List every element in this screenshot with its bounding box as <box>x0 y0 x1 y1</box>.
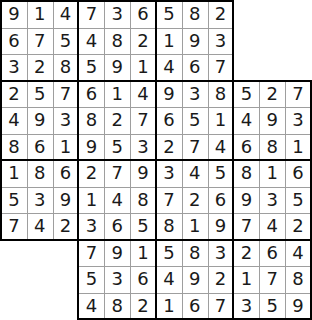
grid-line <box>104 1 105 28</box>
grid-line <box>208 134 209 161</box>
grid-line <box>285 293 311 294</box>
grid-line <box>285 107 311 108</box>
grid-line <box>78 187 104 188</box>
cell-r4c6: 4 <box>130 81 156 108</box>
grid-line <box>259 107 260 134</box>
grid-line <box>182 134 183 161</box>
box-border-line <box>258 159 286 161</box>
grid-line <box>104 54 105 81</box>
cell-r1c9: 2 <box>208 1 234 28</box>
grid-line <box>182 107 208 108</box>
cell-r10c12: 4 <box>285 240 311 267</box>
cell-r12c6: 2 <box>130 293 156 320</box>
box-border-line <box>52 159 80 161</box>
box-border-line <box>155 239 157 268</box>
grid-line <box>259 293 285 294</box>
grid-line <box>156 134 182 135</box>
grid-line <box>182 213 183 240</box>
box-border-line <box>258 80 286 82</box>
grid-line <box>208 213 209 240</box>
box-border-line <box>155 159 183 161</box>
box-border-line <box>181 159 209 161</box>
grid-line <box>27 187 28 214</box>
cell-r2c7: 1 <box>156 28 182 55</box>
box-border-line <box>26 80 54 82</box>
box-border-line <box>77 27 79 56</box>
grid-line <box>259 134 260 161</box>
grid-line <box>233 293 259 294</box>
grid-line <box>53 54 79 55</box>
box-border-line <box>310 186 312 215</box>
cell-r5c6: 7 <box>130 107 156 134</box>
grid-line <box>130 187 131 214</box>
grid-line <box>233 213 259 214</box>
grid-line <box>182 81 183 108</box>
cell-r9c9: 9 <box>208 213 234 240</box>
grid-line <box>27 107 53 108</box>
grid-line <box>208 266 234 267</box>
box-border-line <box>0 239 28 241</box>
cell-r11c11: 7 <box>259 266 285 293</box>
box-border-line <box>129 239 157 241</box>
box-border-line <box>155 27 157 56</box>
grid-line <box>130 134 131 161</box>
cell-r11c8: 9 <box>182 266 208 293</box>
grid-line <box>259 160 260 187</box>
grid-line <box>156 107 182 108</box>
grid-line <box>130 293 156 294</box>
grid-line <box>104 293 105 320</box>
cell-r3c1: 3 <box>1 54 27 81</box>
grid-line <box>259 107 285 108</box>
cell-r12c10: 3 <box>233 293 259 320</box>
cell-r9c7: 8 <box>156 213 182 240</box>
grid-line <box>259 240 260 267</box>
cell-r7c10: 8 <box>233 160 259 187</box>
cell-r6c3: 1 <box>53 134 79 161</box>
grid-line <box>208 28 234 29</box>
cell-r8c4: 1 <box>78 187 104 214</box>
cell-r9c8: 1 <box>182 213 208 240</box>
cell-r8c11: 3 <box>259 187 285 214</box>
cell-r4c10: 5 <box>233 81 259 108</box>
box-border-line <box>0 133 2 162</box>
grid-line <box>53 28 54 55</box>
grid-line <box>27 28 53 29</box>
cell-r9c12: 2 <box>285 213 311 240</box>
box-border-line <box>0 0 2 29</box>
grid-line <box>130 28 131 55</box>
grid-line <box>208 107 209 134</box>
cell-r5c7: 6 <box>156 107 182 134</box>
cell-r6c6: 3 <box>130 134 156 161</box>
grid-line <box>27 187 53 188</box>
cell-r8c12: 5 <box>285 187 311 214</box>
cell-r9c3: 2 <box>53 213 79 240</box>
grid-line <box>156 266 182 267</box>
box-border-line <box>155 159 157 188</box>
grid-line <box>130 160 131 187</box>
box-border-line <box>77 0 79 29</box>
grid-line <box>233 187 259 188</box>
grid-line <box>182 28 183 55</box>
cell-r10c4: 7 <box>78 240 104 267</box>
box-border-line <box>232 159 234 188</box>
grid-line <box>208 266 209 293</box>
box-border-line <box>310 265 312 294</box>
grid-line <box>233 107 259 108</box>
cell-r5c1: 4 <box>1 107 27 134</box>
cell-r1c4: 7 <box>78 1 104 28</box>
grid-line <box>156 54 182 55</box>
box-border-line <box>155 0 157 29</box>
grid-line <box>285 213 286 240</box>
grid-line <box>130 81 131 108</box>
box-border-line <box>26 0 54 2</box>
cell-r7c11: 1 <box>259 160 285 187</box>
cell-r5c4: 8 <box>78 107 104 134</box>
box-border-line <box>181 239 209 241</box>
grid-line <box>104 293 130 294</box>
grid-line <box>53 187 79 188</box>
grid-line <box>53 187 54 214</box>
grid-line <box>130 1 131 28</box>
grid-line <box>182 293 208 294</box>
box-border-line <box>232 133 234 162</box>
grid-line <box>78 54 104 55</box>
grid-line <box>53 134 79 135</box>
grid-line <box>27 54 28 81</box>
cell-r6c7: 2 <box>156 134 182 161</box>
cell-r6c8: 7 <box>182 134 208 161</box>
box-border-line <box>26 239 54 241</box>
cell-r6c12: 1 <box>285 134 311 161</box>
cell-r8c2: 3 <box>27 187 53 214</box>
cell-r9c10: 7 <box>233 213 259 240</box>
cell-r10c8: 8 <box>182 240 208 267</box>
grid-line <box>27 54 53 55</box>
grid-line <box>182 1 183 28</box>
grid-line <box>182 240 183 267</box>
box-border-line <box>77 133 79 162</box>
grid-line <box>285 81 286 108</box>
grid-line <box>285 293 286 320</box>
grid-line <box>156 293 182 294</box>
grid-line <box>130 293 131 320</box>
grid-line <box>130 266 156 267</box>
cell-r10c11: 6 <box>259 240 285 267</box>
grid-line <box>259 81 260 108</box>
cell-r6c9: 4 <box>208 134 234 161</box>
cell-r4c12: 7 <box>285 81 311 108</box>
box-border-line <box>0 0 28 2</box>
cell-r2c8: 9 <box>182 28 208 55</box>
box-border-line <box>232 80 234 109</box>
box-border-line <box>0 186 2 215</box>
grid-line <box>27 134 53 135</box>
grid-line <box>53 81 54 108</box>
grid-line <box>156 213 182 214</box>
cell-r6c11: 8 <box>259 134 285 161</box>
box-border-line <box>155 53 157 82</box>
box-border-line <box>232 265 234 294</box>
grid-line <box>78 107 104 108</box>
grid-line <box>130 134 156 135</box>
box-border-line <box>129 80 157 82</box>
grid-line <box>104 134 105 161</box>
grid-line <box>182 54 208 55</box>
cell-r7c9: 5 <box>208 160 234 187</box>
box-border-line <box>232 239 234 268</box>
cell-r9c5: 6 <box>104 213 130 240</box>
box-border-line <box>77 80 105 82</box>
grid-line <box>130 266 131 293</box>
box-border-line <box>181 0 209 2</box>
box-border-line <box>77 292 79 320</box>
cell-r9c6: 5 <box>130 213 156 240</box>
cell-r12c7: 1 <box>156 293 182 320</box>
box-border-line <box>77 159 105 161</box>
grid-line <box>208 293 234 294</box>
box-border-line <box>77 80 79 109</box>
box-border-line <box>77 239 105 241</box>
box-border-line <box>129 0 157 2</box>
grid-line <box>53 134 54 161</box>
cell-r7c1: 1 <box>1 160 27 187</box>
cell-r5c10: 4 <box>233 107 259 134</box>
cell-r5c9: 1 <box>208 107 234 134</box>
grid-line <box>182 134 208 135</box>
box-border-line <box>284 80 312 82</box>
grid-line <box>53 213 79 214</box>
box-border-line <box>155 133 157 162</box>
cell-r4c2: 5 <box>27 81 53 108</box>
cell-r7c6: 9 <box>130 160 156 187</box>
cell-r1c1: 9 <box>1 1 27 28</box>
box-border-line <box>129 159 157 161</box>
grid-line <box>53 107 54 134</box>
box-border-line <box>155 265 157 294</box>
cell-r9c11: 4 <box>259 213 285 240</box>
cell-r6c1: 8 <box>1 134 27 161</box>
grid-line <box>285 160 286 187</box>
grid-line <box>182 160 183 187</box>
cell-r8c10: 9 <box>233 187 259 214</box>
grid-line <box>130 54 156 55</box>
cell-r10c6: 1 <box>130 240 156 267</box>
cell-r3c7: 4 <box>156 54 182 81</box>
cell-r10c10: 2 <box>233 240 259 267</box>
cell-r5c8: 5 <box>182 107 208 134</box>
box-border-line <box>310 159 312 188</box>
box-border-line <box>77 0 105 2</box>
cell-r7c7: 3 <box>156 160 182 187</box>
box-border-line <box>232 239 260 241</box>
grid-line <box>1 187 27 188</box>
cell-r3c5: 9 <box>104 54 130 81</box>
grid-line <box>182 54 183 81</box>
grid-line <box>208 54 234 55</box>
cell-r5c3: 3 <box>53 107 79 134</box>
box-border-line <box>155 186 157 215</box>
cell-r4c1: 2 <box>1 81 27 108</box>
grid-line <box>1 54 27 55</box>
box-border-line <box>310 239 312 268</box>
cell-r12c4: 4 <box>78 293 104 320</box>
grid-line <box>27 81 28 108</box>
grid-line <box>104 107 105 134</box>
grid-line <box>259 187 260 214</box>
grid-line <box>78 134 104 135</box>
grid-line <box>130 54 131 81</box>
box-border-line <box>207 239 235 241</box>
box-border-line <box>207 159 235 161</box>
box-border-line <box>232 53 234 82</box>
grid-line <box>285 107 286 134</box>
box-border-line <box>103 239 131 241</box>
grid-line <box>130 28 156 29</box>
grid-line <box>208 107 234 108</box>
box-border-line <box>77 239 79 268</box>
cell-r8c5: 4 <box>104 187 130 214</box>
cell-r8c9: 6 <box>208 187 234 214</box>
cell-r2c6: 2 <box>130 28 156 55</box>
box-border-line <box>232 212 234 241</box>
cell-r1c6: 6 <box>130 1 156 28</box>
cell-r2c2: 7 <box>27 28 53 55</box>
grid-line <box>27 107 28 134</box>
cell-r9c2: 4 <box>27 213 53 240</box>
box-border-line <box>155 239 183 241</box>
box-border-line <box>258 239 286 241</box>
cell-r8c6: 8 <box>130 187 156 214</box>
grid-line <box>182 187 208 188</box>
cell-r11c10: 1 <box>233 266 259 293</box>
grid-line <box>285 134 286 161</box>
grid-line <box>182 213 208 214</box>
grid-line <box>208 1 209 28</box>
page: 9147365826754821933285914672576149385274… <box>0 0 312 320</box>
grid-line <box>285 213 311 214</box>
cell-r2c4: 4 <box>78 28 104 55</box>
cell-r3c3: 8 <box>53 54 79 81</box>
grid-line <box>130 187 156 188</box>
grid-line <box>104 187 130 188</box>
cell-r1c5: 3 <box>104 1 130 28</box>
grid-line <box>259 187 285 188</box>
box-border-line <box>232 80 260 82</box>
grid-line <box>53 28 79 29</box>
grid-line <box>259 293 260 320</box>
cell-r2c5: 8 <box>104 28 130 55</box>
cell-r5c5: 2 <box>104 107 130 134</box>
grid-line <box>104 213 130 214</box>
grid-line <box>104 266 130 267</box>
grid-line <box>233 134 259 135</box>
grid-line <box>182 28 208 29</box>
cell-r11c4: 5 <box>78 266 104 293</box>
cell-r2c1: 6 <box>1 28 27 55</box>
grid-line <box>208 54 209 81</box>
grid-line <box>208 28 209 55</box>
cell-r6c10: 6 <box>233 134 259 161</box>
grid-line <box>53 54 54 81</box>
cell-r11c5: 3 <box>104 266 130 293</box>
box-border-line <box>207 80 235 82</box>
cell-r8c7: 7 <box>156 187 182 214</box>
cell-r3c2: 2 <box>27 54 53 81</box>
grid-line <box>259 213 260 240</box>
grid-line <box>1 213 27 214</box>
box-border-line <box>52 239 80 241</box>
cell-r4c11: 2 <box>259 81 285 108</box>
grid-line <box>53 1 54 28</box>
box-border-line <box>155 0 183 2</box>
grid-line <box>53 160 54 187</box>
cell-r5c2: 9 <box>27 107 53 134</box>
grid-line <box>182 107 183 134</box>
cell-r8c3: 9 <box>53 187 79 214</box>
grid-line <box>27 213 28 240</box>
box-border-line <box>77 186 79 215</box>
grid-line <box>1 107 27 108</box>
grid-line <box>208 81 209 108</box>
box-border-line <box>103 159 131 161</box>
box-border-line <box>26 159 54 161</box>
grid-line <box>104 240 105 267</box>
box-border-line <box>52 80 80 82</box>
grid-line <box>104 187 105 214</box>
cell-r10c9: 3 <box>208 240 234 267</box>
cell-r7c5: 7 <box>104 160 130 187</box>
cell-r3c8: 6 <box>182 54 208 81</box>
cell-r11c12: 8 <box>285 266 311 293</box>
grid-line <box>156 28 182 29</box>
box-border-line <box>155 80 183 82</box>
grid-line <box>182 187 183 214</box>
grid-line <box>78 28 104 29</box>
box-border-line <box>155 106 157 135</box>
cell-r7c12: 6 <box>285 160 311 187</box>
grid-line <box>208 160 209 187</box>
grid-line <box>156 187 182 188</box>
cell-r12c12: 9 <box>285 293 311 320</box>
cell-r6c4: 9 <box>78 134 104 161</box>
grid-line <box>78 293 104 294</box>
box-border-line <box>232 159 260 161</box>
cell-r7c8: 4 <box>182 160 208 187</box>
cell-r1c8: 8 <box>182 1 208 28</box>
cell-r6c2: 6 <box>27 134 53 161</box>
box-border-line <box>0 159 28 161</box>
grid-line <box>182 266 183 293</box>
box-border-line <box>0 80 2 109</box>
grid-line <box>78 266 104 267</box>
box-border-line <box>77 159 79 188</box>
grid-line <box>27 28 28 55</box>
box-border-line <box>77 212 79 241</box>
cell-r4c7: 9 <box>156 81 182 108</box>
cell-r8c8: 2 <box>182 187 208 214</box>
grid-line <box>130 213 131 240</box>
cell-r5c12: 3 <box>285 107 311 134</box>
grid-line <box>208 293 209 320</box>
cell-r12c5: 8 <box>104 293 130 320</box>
cell-r4c5: 1 <box>104 81 130 108</box>
box-border-line <box>310 80 312 109</box>
box-border-line <box>0 159 2 188</box>
grid-line <box>27 1 28 28</box>
